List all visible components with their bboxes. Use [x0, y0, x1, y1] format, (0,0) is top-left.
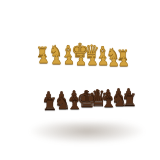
square-g4[interactable]: [52, 76, 66, 84]
piece-black-rook[interactable]: ♜: [42, 96, 57, 113]
square-b3[interactable]: [109, 69, 120, 76]
square-a3[interactable]: [119, 70, 130, 77]
piece-white-pawn[interactable]: ♟: [87, 55, 98, 68]
piece-white-pawn[interactable]: ♟: [118, 56, 129, 69]
square-b4[interactable]: [110, 76, 121, 83]
box-shadow: [28, 122, 146, 144]
square-h3[interactable]: [37, 68, 51, 76]
piece-white-pawn[interactable]: ♟: [108, 56, 119, 69]
square-g3[interactable]: [51, 68, 65, 76]
square-c3[interactable]: [98, 69, 110, 76]
piece-white-pawn[interactable]: ♟: [98, 55, 109, 68]
square-c4[interactable]: [99, 76, 111, 83]
square-e4[interactable]: [77, 76, 90, 83]
square-h4[interactable]: [38, 75, 52, 83]
square-a4[interactable]: [120, 76, 131, 83]
square-d4[interactable]: [88, 76, 100, 83]
square-f3[interactable]: [63, 68, 76, 76]
chess-set-photo: ♜♞♝♛♚♝♞♜♟♟♟♟♟♟♟♟♟♟♟♟♟♟♟♟♜♞♝♛♚♝♞♜: [0, 0, 160, 160]
piece-white-pawn[interactable]: ♟: [38, 54, 49, 67]
square-e3[interactable]: [76, 68, 89, 75]
piece-white-pawn[interactable]: ♟: [75, 55, 86, 68]
square-f4[interactable]: [64, 76, 77, 83]
piece-white-pawn[interactable]: ♟: [63, 54, 74, 67]
piece-white-pawn[interactable]: ♟: [51, 54, 62, 67]
square-d3[interactable]: [87, 69, 99, 76]
